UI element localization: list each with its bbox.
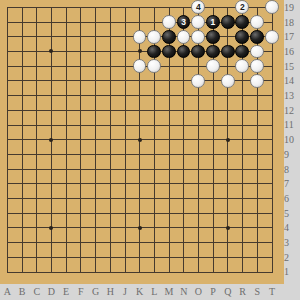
board-cell-o13[interactable] [191,88,206,103]
board-cell-n16[interactable] [176,44,191,59]
board-cell-a3[interactable] [0,235,15,250]
black-stone-q18[interactable] [221,15,235,29]
board-cell-g12[interactable] [88,103,103,118]
board-cell-c6[interactable] [29,191,44,206]
board-cell-h16[interactable] [103,44,118,59]
board-cell-k17[interactable] [132,29,147,44]
white-stone-r19[interactable]: 2 [235,0,249,14]
board-cell-a11[interactable] [0,118,15,133]
board-cell-l6[interactable] [147,191,162,206]
board-cell-b13[interactable] [15,88,30,103]
board-cell-p4[interactable] [206,220,221,235]
board-cell-r1[interactable] [235,264,250,279]
board-cell-f1[interactable] [73,264,88,279]
white-stone-l15[interactable] [147,59,161,73]
board-cell-a14[interactable] [0,73,15,88]
board-cell-c12[interactable] [29,103,44,118]
white-stone-o19[interactable]: 4 [191,0,205,14]
board-cell-o10[interactable] [191,132,206,147]
board-cell-b8[interactable] [15,162,30,177]
white-stone-r15[interactable] [235,59,249,73]
board-cell-n19[interactable] [176,0,191,15]
board-cell-m10[interactable] [162,132,177,147]
board-cell-r11[interactable] [235,118,250,133]
board-cell-q5[interactable] [220,206,235,221]
board-cell-h4[interactable] [103,220,118,235]
board-cell-s6[interactable] [250,191,265,206]
board-cell-e18[interactable] [59,15,74,30]
board-cell-q1[interactable] [220,264,235,279]
board-cell-s12[interactable] [250,103,265,118]
board-cell-d9[interactable] [44,147,59,162]
board-cell-g10[interactable] [88,132,103,147]
board-cell-o11[interactable] [191,118,206,133]
board-cell-q17[interactable] [220,29,235,44]
board-cell-q8[interactable] [220,162,235,177]
board-cell-n6[interactable] [176,191,191,206]
board-cell-j14[interactable] [118,73,133,88]
board-cell-t16[interactable] [264,44,279,59]
board-cell-o8[interactable] [191,162,206,177]
board-cell-f6[interactable] [73,191,88,206]
board-cell-t18[interactable] [264,15,279,30]
board-cell-h8[interactable] [103,162,118,177]
board-cell-k18[interactable] [132,15,147,30]
board-cell-d12[interactable] [44,103,59,118]
board-cell-q15[interactable] [220,59,235,74]
black-stone-o16[interactable] [191,45,205,59]
board-cell-f10[interactable] [73,132,88,147]
board-cell-h1[interactable] [103,264,118,279]
board-cell-p6[interactable] [206,191,221,206]
board-cell-c7[interactable] [29,176,44,191]
board-cell-j4[interactable] [118,220,133,235]
board-cell-o3[interactable] [191,235,206,250]
board-cell-h5[interactable] [103,206,118,221]
board-cell-r13[interactable] [235,88,250,103]
board-cell-r15[interactable] [235,59,250,74]
board-cell-t11[interactable] [264,118,279,133]
board-cell-a5[interactable] [0,206,15,221]
white-stone-t19[interactable] [265,0,279,14]
board-cell-g2[interactable] [88,250,103,265]
black-stone-n16[interactable] [177,45,191,59]
board-cell-l15[interactable] [147,59,162,74]
board-cell-o9[interactable] [191,147,206,162]
board-cell-j10[interactable] [118,132,133,147]
board-cell-b18[interactable] [15,15,30,30]
board-cell-m16[interactable] [162,44,177,59]
board-cell-n12[interactable] [176,103,191,118]
board-cell-t13[interactable] [264,88,279,103]
board-cell-j16[interactable] [118,44,133,59]
board-cell-f18[interactable] [73,15,88,30]
board-cell-b5[interactable] [15,206,30,221]
board-cell-h17[interactable] [103,29,118,44]
board-cell-n18[interactable]: 3 [176,15,191,30]
board-cell-q19[interactable] [220,0,235,15]
board-cell-d6[interactable] [44,191,59,206]
board-cell-d10[interactable] [44,132,59,147]
board-cell-t10[interactable] [264,132,279,147]
board-cell-o4[interactable] [191,220,206,235]
board-cell-k6[interactable] [132,191,147,206]
board-cell-s10[interactable] [250,132,265,147]
board-cell-a2[interactable] [0,250,15,265]
black-stone-r17[interactable] [235,30,249,44]
board-cell-r9[interactable] [235,147,250,162]
board-cell-s7[interactable] [250,176,265,191]
board-cell-f12[interactable] [73,103,88,118]
board-cell-g9[interactable] [88,147,103,162]
board-cell-q10[interactable] [220,132,235,147]
board-cell-h9[interactable] [103,147,118,162]
board-cell-h13[interactable] [103,88,118,103]
white-stone-n17[interactable] [177,30,191,44]
board-cell-t6[interactable] [264,191,279,206]
board-cell-n8[interactable] [176,162,191,177]
board-cell-o18[interactable] [191,15,206,30]
board-cell-p19[interactable] [206,0,221,15]
black-stone-p16[interactable] [206,45,220,59]
board-cell-g8[interactable] [88,162,103,177]
board-cell-t5[interactable] [264,206,279,221]
board-cell-c3[interactable] [29,235,44,250]
board-cell-d11[interactable] [44,118,59,133]
board-cell-k10[interactable] [132,132,147,147]
white-stone-o14[interactable] [191,74,205,88]
board-cell-l12[interactable] [147,103,162,118]
board-cell-s16[interactable] [250,44,265,59]
board-cell-m4[interactable] [162,220,177,235]
board-cell-k9[interactable] [132,147,147,162]
board-cell-g14[interactable] [88,73,103,88]
board-cell-p14[interactable] [206,73,221,88]
board-cell-q12[interactable] [220,103,235,118]
board-cell-t1[interactable] [264,264,279,279]
board-cell-q4[interactable] [220,220,235,235]
board-cell-r4[interactable] [235,220,250,235]
board-cell-s8[interactable] [250,162,265,177]
board-cell-t2[interactable] [264,250,279,265]
board-cell-c19[interactable] [29,0,44,15]
board-cell-g16[interactable] [88,44,103,59]
board-cell-l8[interactable] [147,162,162,177]
board-cell-n10[interactable] [176,132,191,147]
board-cell-b16[interactable] [15,44,30,59]
board-cell-c8[interactable] [29,162,44,177]
board-cell-r16[interactable] [235,44,250,59]
board-cell-b1[interactable] [15,264,30,279]
board-cell-m5[interactable] [162,206,177,221]
black-stone-p17[interactable] [206,30,220,44]
board-cell-a9[interactable] [0,147,15,162]
board-cell-a13[interactable] [0,88,15,103]
board-cell-d1[interactable] [44,264,59,279]
board-cell-k1[interactable] [132,264,147,279]
board-cell-t19[interactable] [264,0,279,15]
board-cell-e19[interactable] [59,0,74,15]
board-cell-g3[interactable] [88,235,103,250]
black-stone-m16[interactable] [162,45,176,59]
board-cell-s3[interactable] [250,235,265,250]
board-cell-d8[interactable] [44,162,59,177]
board-cell-r12[interactable] [235,103,250,118]
board-cell-n2[interactable] [176,250,191,265]
board-cell-a15[interactable] [0,59,15,74]
board-cell-j6[interactable] [118,191,133,206]
board-cell-e8[interactable] [59,162,74,177]
board-cell-l7[interactable] [147,176,162,191]
white-stone-s16[interactable] [250,45,264,59]
board-cell-l2[interactable] [147,250,162,265]
board-cell-p17[interactable] [206,29,221,44]
board-cell-q13[interactable] [220,88,235,103]
board-cell-p13[interactable] [206,88,221,103]
board-cell-s9[interactable] [250,147,265,162]
board-cell-a19[interactable] [0,0,15,15]
board-cell-a6[interactable] [0,191,15,206]
board-cell-k15[interactable] [132,59,147,74]
board-cell-j5[interactable] [118,206,133,221]
board-cell-t15[interactable] [264,59,279,74]
board-cell-o15[interactable] [191,59,206,74]
board-cell-q6[interactable] [220,191,235,206]
board-cell-g17[interactable] [88,29,103,44]
board-cell-p11[interactable] [206,118,221,133]
board-cell-r6[interactable] [235,191,250,206]
board-cell-e4[interactable] [59,220,74,235]
board-cell-o12[interactable] [191,103,206,118]
board-cell-s18[interactable] [250,15,265,30]
board-cell-o17[interactable] [191,29,206,44]
board-cell-n1[interactable] [176,264,191,279]
board-cell-d5[interactable] [44,206,59,221]
board-cell-p5[interactable] [206,206,221,221]
black-stone-q16[interactable] [221,45,235,59]
board-cell-b7[interactable] [15,176,30,191]
board-cell-b10[interactable] [15,132,30,147]
board-cell-d16[interactable] [44,44,59,59]
board-cell-p2[interactable] [206,250,221,265]
board-cell-j7[interactable] [118,176,133,191]
board-cell-b19[interactable] [15,0,30,15]
board-cell-p18[interactable]: 1 [206,15,221,30]
board-cell-t7[interactable] [264,176,279,191]
board-cell-c1[interactable] [29,264,44,279]
board-cell-j18[interactable] [118,15,133,30]
board-cell-n13[interactable] [176,88,191,103]
board-cell-p7[interactable] [206,176,221,191]
board-cell-n5[interactable] [176,206,191,221]
board-cell-r18[interactable] [235,15,250,30]
board-cell-q18[interactable] [220,15,235,30]
board-cell-q14[interactable] [220,73,235,88]
board-cell-e6[interactable] [59,191,74,206]
board-cell-f8[interactable] [73,162,88,177]
board-cell-e12[interactable] [59,103,74,118]
board-cell-d13[interactable] [44,88,59,103]
board-cell-b12[interactable] [15,103,30,118]
board-cell-p3[interactable] [206,235,221,250]
board-cell-s11[interactable] [250,118,265,133]
board-cell-g11[interactable] [88,118,103,133]
board-cell-a17[interactable] [0,29,15,44]
board-cell-f4[interactable] [73,220,88,235]
board-cell-j11[interactable] [118,118,133,133]
black-stone-r18[interactable] [235,15,249,29]
board-cell-m13[interactable] [162,88,177,103]
board-cell-k2[interactable] [132,250,147,265]
board-cell-q9[interactable] [220,147,235,162]
board-cell-f11[interactable] [73,118,88,133]
board-cell-o16[interactable] [191,44,206,59]
board-cell-h15[interactable] [103,59,118,74]
board-cell-e17[interactable] [59,29,74,44]
board-cell-c2[interactable] [29,250,44,265]
board-cell-g15[interactable] [88,59,103,74]
board-cell-q7[interactable] [220,176,235,191]
board-cell-t8[interactable] [264,162,279,177]
board-cell-r14[interactable] [235,73,250,88]
board-cell-m7[interactable] [162,176,177,191]
board-cell-k4[interactable] [132,220,147,235]
board-cell-c11[interactable] [29,118,44,133]
board-cell-n9[interactable] [176,147,191,162]
board-cell-l5[interactable] [147,206,162,221]
board-cell-t4[interactable] [264,220,279,235]
board-cell-m8[interactable] [162,162,177,177]
board-cell-j15[interactable] [118,59,133,74]
board-cell-d2[interactable] [44,250,59,265]
white-stone-s18[interactable] [250,15,264,29]
black-stone-l16[interactable] [147,45,161,59]
board-cell-d3[interactable] [44,235,59,250]
board-cell-n11[interactable] [176,118,191,133]
board-cell-k19[interactable] [132,0,147,15]
board-cell-j9[interactable] [118,147,133,162]
board-cell-j1[interactable] [118,264,133,279]
board-cell-d18[interactable] [44,15,59,30]
board-cell-f5[interactable] [73,206,88,221]
board-cell-d4[interactable] [44,220,59,235]
board-cell-m17[interactable] [162,29,177,44]
board-cell-p16[interactable] [206,44,221,59]
board-cell-s14[interactable] [250,73,265,88]
board-cell-h2[interactable] [103,250,118,265]
board-cell-o2[interactable] [191,250,206,265]
board-cell-n7[interactable] [176,176,191,191]
board-cell-e15[interactable] [59,59,74,74]
board-cell-b3[interactable] [15,235,30,250]
board-cell-f19[interactable] [73,0,88,15]
board-cell-c13[interactable] [29,88,44,103]
board-cell-k12[interactable] [132,103,147,118]
board-cell-d7[interactable] [44,176,59,191]
board-cell-t14[interactable] [264,73,279,88]
board-cell-k16[interactable] [132,44,147,59]
board-cell-c14[interactable] [29,73,44,88]
board-cell-b17[interactable] [15,29,30,44]
board-cell-e13[interactable] [59,88,74,103]
board-cell-l4[interactable] [147,220,162,235]
board-cell-d19[interactable] [44,0,59,15]
board-cell-f7[interactable] [73,176,88,191]
board-cell-c15[interactable] [29,59,44,74]
board-cell-n17[interactable] [176,29,191,44]
board-cell-q2[interactable] [220,250,235,265]
board-cell-r19[interactable]: 2 [235,0,250,15]
board-cell-l18[interactable] [147,15,162,30]
board-cell-n4[interactable] [176,220,191,235]
board-cell-d15[interactable] [44,59,59,74]
black-stone-n18[interactable]: 3 [177,15,191,29]
board-cell-g18[interactable] [88,15,103,30]
board-cell-l19[interactable] [147,0,162,15]
board-cell-m6[interactable] [162,191,177,206]
board-cell-t3[interactable] [264,235,279,250]
board-cell-e2[interactable] [59,250,74,265]
board-cell-n14[interactable] [176,73,191,88]
board-cell-p10[interactable] [206,132,221,147]
board-cell-s13[interactable] [250,88,265,103]
board-cell-d17[interactable] [44,29,59,44]
board-cell-j12[interactable] [118,103,133,118]
board-cell-a7[interactable] [0,176,15,191]
board-cell-d14[interactable] [44,73,59,88]
board-cell-b9[interactable] [15,147,30,162]
board-cell-b4[interactable] [15,220,30,235]
board-cell-j13[interactable] [118,88,133,103]
board-cell-r3[interactable] [235,235,250,250]
board-cell-p9[interactable] [206,147,221,162]
board-cell-k8[interactable] [132,162,147,177]
board-cell-m2[interactable] [162,250,177,265]
board-cell-j17[interactable] [118,29,133,44]
board-cell-l17[interactable] [147,29,162,44]
board-cell-k7[interactable] [132,176,147,191]
board-cell-a18[interactable] [0,15,15,30]
board-cell-s19[interactable] [250,0,265,15]
board-cell-f14[interactable] [73,73,88,88]
board-cell-r17[interactable] [235,29,250,44]
board-cell-o6[interactable] [191,191,206,206]
board-cell-m9[interactable] [162,147,177,162]
board-cell-f15[interactable] [73,59,88,74]
board-cell-h11[interactable] [103,118,118,133]
board-cell-e14[interactable] [59,73,74,88]
board-cell-n15[interactable] [176,59,191,74]
white-stone-o17[interactable] [191,30,205,44]
board-cell-b15[interactable] [15,59,30,74]
board-cell-c4[interactable] [29,220,44,235]
board-cell-f9[interactable] [73,147,88,162]
board-cell-s17[interactable] [250,29,265,44]
white-stone-k17[interactable] [133,30,147,44]
board-cell-o7[interactable] [191,176,206,191]
board-cell-k5[interactable] [132,206,147,221]
board-cell-e3[interactable] [59,235,74,250]
board-cell-r5[interactable] [235,206,250,221]
board-cell-g5[interactable] [88,206,103,221]
board-cell-m15[interactable] [162,59,177,74]
board-cell-e1[interactable] [59,264,74,279]
board-cell-o14[interactable] [191,73,206,88]
board-cell-b6[interactable] [15,191,30,206]
board-cell-o19[interactable]: 4 [191,0,206,15]
board-cell-l1[interactable] [147,264,162,279]
board-cell-t17[interactable] [264,29,279,44]
